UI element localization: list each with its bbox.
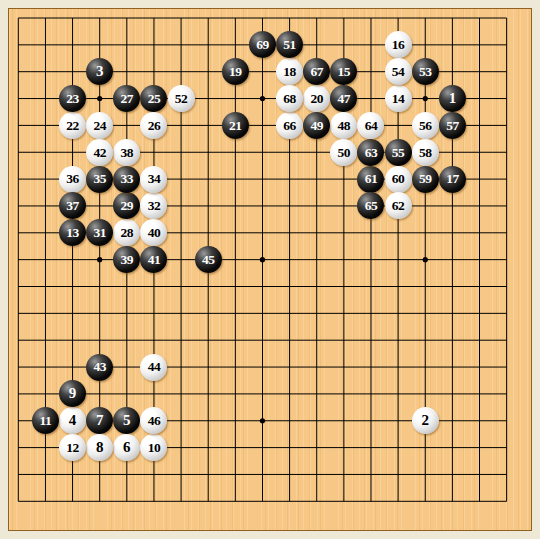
- goban-frame: 1234567891011121314151617181920212223242…: [0, 0, 540, 539]
- move-number: 10: [148, 440, 161, 454]
- move-number: 69: [256, 38, 269, 52]
- move-number: 56: [419, 118, 432, 132]
- move-number: 12: [66, 440, 79, 454]
- move-number: 55: [392, 145, 405, 159]
- move-number: 28: [121, 226, 134, 240]
- move-number: 11: [40, 414, 52, 428]
- move-number: 57: [446, 118, 459, 132]
- stone-black-23[interactable]: 23: [59, 85, 86, 112]
- move-number: 25: [148, 91, 161, 105]
- move-number: 1: [449, 91, 457, 106]
- stone-white-58[interactable]: 58: [412, 139, 439, 166]
- move-number: 47: [338, 91, 351, 105]
- stone-black-45[interactable]: 45: [195, 246, 222, 273]
- move-number: 39: [121, 252, 134, 266]
- stone-white-42[interactable]: 42: [86, 139, 113, 166]
- go-board[interactable]: 1234567891011121314151617181920212223242…: [8, 8, 532, 531]
- move-number: 14: [392, 91, 405, 105]
- stone-white-16[interactable]: 16: [385, 31, 412, 58]
- stone-white-14[interactable]: 14: [385, 85, 412, 112]
- stone-white-66[interactable]: 66: [276, 112, 303, 139]
- move-number: 36: [66, 172, 79, 186]
- move-number: 35: [93, 172, 106, 186]
- stone-white-52[interactable]: 52: [168, 85, 195, 112]
- move-number: 17: [446, 172, 459, 186]
- move-number: 6: [123, 440, 131, 455]
- stone-black-57[interactable]: 57: [439, 112, 466, 139]
- move-number: 54: [392, 64, 405, 78]
- stone-white-60[interactable]: 60: [385, 166, 412, 193]
- stone-white-54[interactable]: 54: [385, 58, 412, 85]
- move-number: 33: [121, 172, 134, 186]
- stone-black-17[interactable]: 17: [439, 166, 466, 193]
- move-number: 43: [93, 360, 106, 374]
- stone-black-33[interactable]: 33: [113, 166, 140, 193]
- stone-black-21[interactable]: 21: [222, 112, 249, 139]
- stone-black-11[interactable]: 11: [32, 407, 59, 434]
- move-number: 41: [148, 252, 161, 266]
- move-number: 8: [96, 440, 104, 455]
- stone-white-24[interactable]: 24: [86, 112, 113, 139]
- stone-white-68[interactable]: 68: [276, 85, 303, 112]
- move-number: 16: [392, 38, 405, 52]
- move-number: 49: [310, 118, 323, 132]
- move-number: 44: [148, 360, 161, 374]
- stone-white-2[interactable]: 2: [412, 407, 439, 434]
- move-number: 29: [121, 199, 134, 213]
- move-number: 50: [338, 145, 351, 159]
- move-number: 24: [93, 118, 106, 132]
- move-number: 51: [283, 38, 296, 52]
- stone-white-12[interactable]: 12: [59, 434, 86, 461]
- stone-black-43[interactable]: 43: [86, 354, 113, 381]
- move-number: 20: [310, 91, 323, 105]
- move-number: 46: [148, 414, 161, 428]
- move-number: 9: [69, 386, 77, 401]
- move-number: 66: [283, 118, 296, 132]
- move-number: 45: [202, 252, 215, 266]
- move-number: 18: [283, 64, 296, 78]
- move-number: 53: [419, 64, 432, 78]
- move-number: 59: [419, 172, 432, 186]
- stone-white-62[interactable]: 62: [385, 192, 412, 219]
- move-number: 4: [69, 413, 77, 428]
- stone-white-50[interactable]: 50: [330, 139, 357, 166]
- move-number: 62: [392, 199, 405, 213]
- move-number: 3: [96, 64, 104, 79]
- move-number: 64: [365, 118, 378, 132]
- stone-black-61[interactable]: 61: [357, 166, 384, 193]
- move-number: 31: [93, 226, 106, 240]
- move-number: 58: [419, 145, 432, 159]
- move-number: 32: [148, 199, 161, 213]
- move-number: 27: [121, 91, 134, 105]
- move-number: 38: [121, 145, 134, 159]
- move-number: 2: [422, 413, 430, 428]
- stone-black-53[interactable]: 53: [412, 58, 439, 85]
- stone-black-49[interactable]: 49: [303, 112, 330, 139]
- move-number: 23: [66, 91, 79, 105]
- move-number: 63: [365, 145, 378, 159]
- move-number: 60: [392, 172, 405, 186]
- move-number: 15: [338, 64, 351, 78]
- move-number: 52: [175, 91, 188, 105]
- move-number: 40: [148, 226, 161, 240]
- move-number: 21: [229, 118, 242, 132]
- move-number: 65: [365, 199, 378, 213]
- move-number: 5: [123, 413, 131, 428]
- move-number: 13: [66, 226, 79, 240]
- stone-black-55[interactable]: 55: [385, 139, 412, 166]
- stone-white-22[interactable]: 22: [59, 112, 86, 139]
- stone-white-36[interactable]: 36: [59, 166, 86, 193]
- move-number: 48: [338, 118, 351, 132]
- move-number: 61: [365, 172, 378, 186]
- move-number: 37: [66, 199, 79, 213]
- stone-black-19[interactable]: 19: [222, 58, 249, 85]
- stone-black-59[interactable]: 59: [412, 166, 439, 193]
- move-number: 19: [229, 64, 242, 78]
- stone-white-38[interactable]: 38: [113, 139, 140, 166]
- move-number: 7: [96, 413, 104, 428]
- move-number: 34: [148, 172, 161, 186]
- move-number: 22: [66, 118, 79, 132]
- stone-white-44[interactable]: 44: [140, 354, 167, 381]
- move-number: 26: [148, 118, 161, 132]
- stone-black-1[interactable]: 1: [439, 85, 466, 112]
- move-number: 68: [283, 91, 296, 105]
- move-number: 42: [93, 145, 106, 159]
- stone-white-34[interactable]: 34: [140, 166, 167, 193]
- stone-white-56[interactable]: 56: [412, 112, 439, 139]
- stone-black-35[interactable]: 35: [86, 166, 113, 193]
- move-number: 67: [310, 64, 323, 78]
